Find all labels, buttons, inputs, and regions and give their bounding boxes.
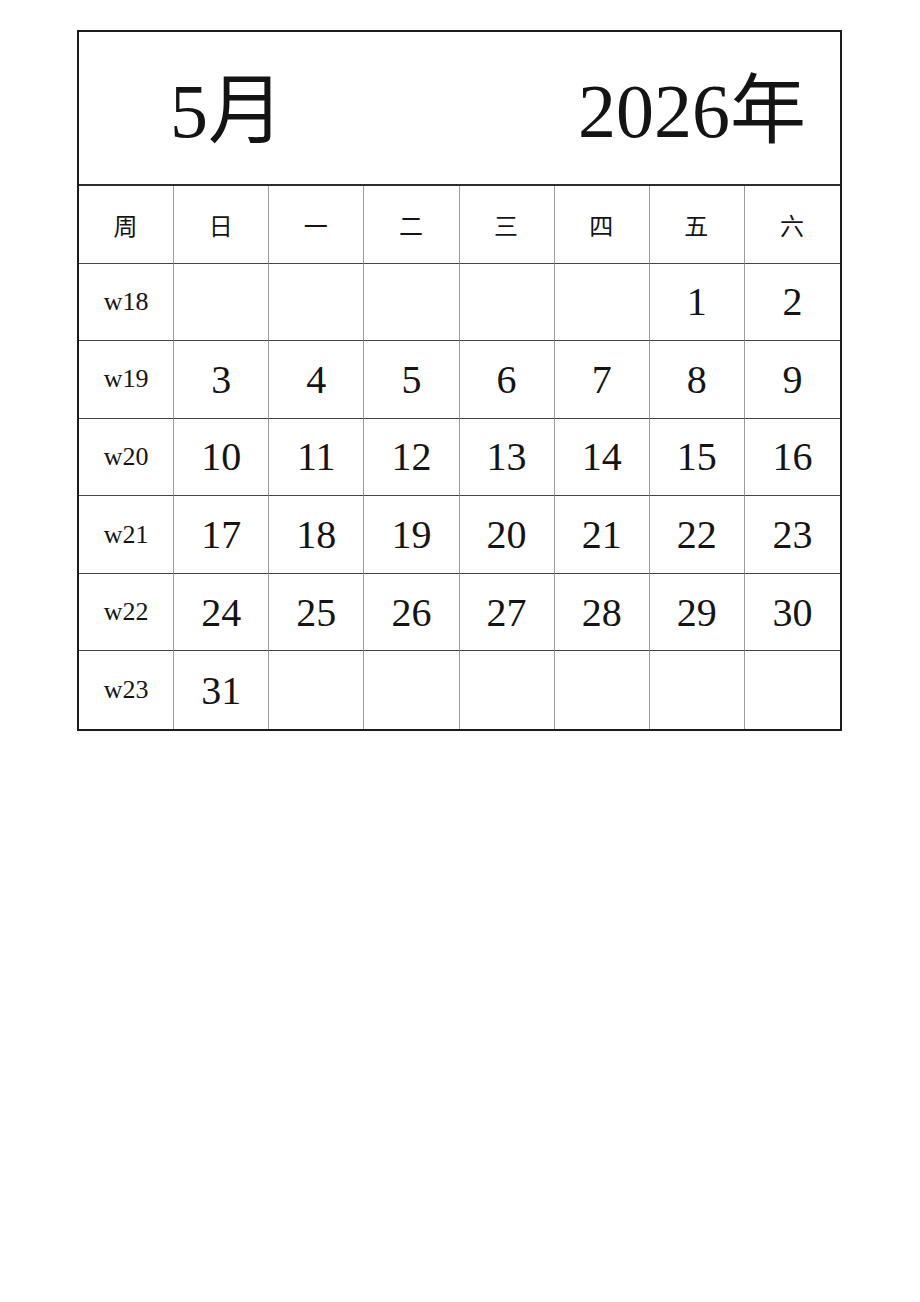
week-number-label: w21 — [79, 496, 174, 574]
day-cell: 29 — [650, 574, 745, 652]
day-cell: 28 — [555, 574, 650, 652]
day-cell: 4 — [269, 341, 364, 419]
day-cell: 8 — [650, 341, 745, 419]
day-cell: 14 — [555, 419, 650, 497]
day-cell: 24 — [174, 574, 269, 652]
day-cell: 31 — [174, 651, 269, 729]
weekday-header-saturday: 六 — [745, 186, 840, 264]
day-cell: 16 — [745, 419, 840, 497]
day-cell: 3 — [174, 341, 269, 419]
day-cell: 15 — [650, 419, 745, 497]
week-number-label: w22 — [79, 574, 174, 652]
day-cell — [555, 651, 650, 729]
day-cell — [650, 651, 745, 729]
weekday-header-wednesday: 三 — [460, 186, 555, 264]
weekday-header-thursday: 四 — [555, 186, 650, 264]
day-cell: 23 — [745, 496, 840, 574]
day-cell — [269, 264, 364, 342]
day-cell — [174, 264, 269, 342]
day-cell: 11 — [269, 419, 364, 497]
week-column-header: 周 — [79, 186, 174, 264]
day-cell — [745, 651, 840, 729]
day-cell — [364, 264, 459, 342]
weekday-header-friday: 五 — [650, 186, 745, 264]
day-cell: 12 — [364, 419, 459, 497]
month-title: 5月 — [170, 73, 284, 149]
day-cell: 25 — [269, 574, 364, 652]
day-cell: 17 — [174, 496, 269, 574]
day-cell: 13 — [460, 419, 555, 497]
day-cell: 2 — [745, 264, 840, 342]
week-number-label: w20 — [79, 419, 174, 497]
day-cell: 22 — [650, 496, 745, 574]
day-cell: 1 — [650, 264, 745, 342]
day-cell: 9 — [745, 341, 840, 419]
day-cell: 21 — [555, 496, 650, 574]
week-number-label: w18 — [79, 264, 174, 342]
day-cell — [460, 651, 555, 729]
day-cell: 19 — [364, 496, 459, 574]
day-cell — [555, 264, 650, 342]
day-cell — [364, 651, 459, 729]
calendar-sheet: 5月 2026年 周 日 一 二 三 四 五 六 w18 1 2 w19 3 4… — [77, 30, 842, 731]
calendar-title-row: 5月 2026年 — [79, 32, 840, 186]
day-cell — [460, 264, 555, 342]
day-cell: 5 — [364, 341, 459, 419]
day-cell: 20 — [460, 496, 555, 574]
day-cell: 27 — [460, 574, 555, 652]
weekday-header-tuesday: 二 — [364, 186, 459, 264]
year-title: 2026年 — [578, 73, 806, 149]
weekday-header-sunday: 日 — [174, 186, 269, 264]
weekday-header-monday: 一 — [269, 186, 364, 264]
week-number-label: w23 — [79, 651, 174, 729]
page: { "document": { "type": "printable month… — [0, 0, 920, 1302]
day-cell: 18 — [269, 496, 364, 574]
day-cell: 7 — [555, 341, 650, 419]
calendar-grid: 周 日 一 二 三 四 五 六 w18 1 2 w19 3 4 5 6 7 8 … — [79, 186, 840, 729]
day-cell: 30 — [745, 574, 840, 652]
day-cell: 6 — [460, 341, 555, 419]
day-cell: 10 — [174, 419, 269, 497]
day-cell: 26 — [364, 574, 459, 652]
day-cell — [269, 651, 364, 729]
week-number-label: w19 — [79, 341, 174, 419]
